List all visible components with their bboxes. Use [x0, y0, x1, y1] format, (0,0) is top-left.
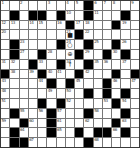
clue-number: 25 [94, 40, 98, 44]
cell-r8c10[interactable]: 42 [84, 70, 92, 79]
clue-number: 27 [20, 50, 24, 54]
cell-r4c4[interactable] [29, 30, 37, 39]
cell-r15c5[interactable] [38, 138, 46, 147]
cell-r13c7[interactable]: 61 [57, 119, 65, 128]
cell-r10c7[interactable] [57, 89, 65, 98]
clue-number: 62 [85, 119, 89, 123]
cell-r5c15[interactable] [131, 40, 139, 49]
cell-r9c3[interactable] [20, 79, 28, 88]
cell-r3c14[interactable]: 19 [121, 21, 129, 30]
cell-r7c12[interactable]: 36 [103, 60, 111, 69]
cell-r11c10[interactable] [84, 99, 92, 108]
clue-number: 31 [2, 60, 6, 64]
cell-r15c4[interactable]: 67 [29, 138, 37, 147]
black-cell-r1c10 [84, 1, 92, 10]
black-cell-r3c8 [66, 21, 74, 30]
cell-r12c15[interactable] [131, 109, 139, 118]
cell-r6c7[interactable] [57, 50, 65, 59]
clue-number: 68 [94, 138, 98, 142]
cell-r3c10[interactable]: 18 [84, 21, 92, 30]
clue-number: 33 [39, 60, 43, 64]
clue-number: 37 [122, 60, 126, 64]
cell-r13c8[interactable] [66, 119, 74, 128]
cell-r15c12[interactable] [103, 138, 111, 147]
cell-r1c2[interactable] [10, 1, 18, 10]
clue-number: 63 [122, 119, 126, 123]
cell-r8c8[interactable] [66, 70, 74, 79]
clue-number: 11 [94, 11, 98, 15]
cell-r12c8[interactable] [66, 109, 74, 118]
clue-number: 67 [29, 138, 33, 142]
cell-r13c9[interactable] [75, 119, 83, 128]
cell-r8c6[interactable]: 40 [47, 70, 55, 79]
cell-r6c4[interactable] [29, 50, 37, 59]
cell-r2c9[interactable] [75, 11, 83, 20]
cell-r1c8[interactable]: 4 [66, 1, 74, 10]
black-cell-r6c2 [10, 50, 18, 59]
black-cell-r8c9 [75, 70, 83, 79]
cell-r9c1[interactable]: 43 [1, 79, 9, 88]
clue-number: 66 [113, 128, 117, 132]
cell-r1c12[interactable]: 7 [103, 1, 111, 10]
cell-r10c13[interactable] [112, 89, 120, 98]
clue-number: 8 [113, 1, 115, 5]
cell-r6c10[interactable]: 29 [84, 50, 92, 59]
cell-r7c2[interactable]: 32 [10, 60, 18, 69]
clue-number: 38 [11, 70, 15, 74]
cell-r14c15[interactable] [131, 128, 139, 137]
black-cell-r14c12 [103, 128, 111, 137]
cell-r6c13[interactable]: 30 [112, 50, 120, 59]
clue-number: 22 [85, 30, 89, 34]
clue-number: 13 [11, 21, 15, 25]
clue-number: 12 [2, 21, 6, 25]
black-cell-r2c14 [121, 11, 129, 20]
clue-number: 56 [39, 109, 43, 113]
cell-r2c6[interactable] [47, 11, 55, 20]
black-cell-r7c10 [84, 60, 92, 69]
cell-r13c4[interactable]: 60 [29, 119, 37, 128]
clue-number: 42 [85, 70, 89, 74]
clue-number: 48 [2, 89, 6, 93]
cell-r5c3[interactable]: 23 [20, 40, 28, 49]
cell-r9c9[interactable]: 45 [75, 79, 83, 88]
cell-r6c15[interactable] [131, 50, 139, 59]
cell-r8c11[interactable] [94, 70, 102, 79]
clue-number: 65 [57, 128, 61, 132]
clue-number: 54 [122, 99, 126, 103]
cell-r5c4[interactable] [29, 40, 37, 49]
cell-r6c11[interactable] [94, 50, 102, 59]
cell-r7c3[interactable] [20, 60, 28, 69]
clue-number: 40 [48, 70, 52, 74]
cell-r7c1[interactable]: 31 [1, 60, 9, 69]
black-cell-r10c10 [84, 89, 92, 98]
cell-r11c3[interactable] [20, 99, 28, 108]
clue-number: 4 [66, 1, 68, 5]
cell-r4c12[interactable] [103, 30, 111, 39]
black-cell-r6c5 [38, 50, 46, 59]
cell-r12c9[interactable] [75, 109, 83, 118]
black-cell-r4c9 [75, 30, 83, 39]
clue-number: 44 [39, 79, 43, 83]
clue-number: 20 [2, 30, 6, 34]
cell-r4c15[interactable] [131, 30, 139, 39]
cell-r11c2[interactable] [10, 99, 18, 108]
cell-r3c11[interactable] [94, 21, 102, 30]
crossword-thumbnail: 123456789101112131415161718192021■222324… [0, 0, 140, 148]
clue-number: 14 [29, 21, 33, 25]
black-cell-r10c12 [103, 89, 111, 98]
black-cell-r2c5 [38, 11, 46, 20]
black-cell-r5c2 [10, 40, 18, 49]
clue-number: 32 [11, 60, 15, 64]
cell-r2c8[interactable]: 10 [66, 11, 74, 20]
cell-r15c9[interactable] [75, 138, 83, 147]
cell-r5c5[interactable] [38, 40, 46, 49]
cell-r1c13[interactable]: 8 [112, 1, 120, 10]
cell-r6c3[interactable]: 27 [20, 50, 28, 59]
cell-r7c11[interactable]: 35 [94, 60, 102, 69]
clue-number: 2 [20, 1, 22, 5]
cell-r15c6[interactable] [47, 138, 55, 147]
cell-r4c8[interactable]: 21■ [66, 30, 74, 39]
cell-r1c1[interactable]: 1 [1, 1, 9, 10]
cell-r12c5[interactable]: 56 [38, 109, 46, 118]
cell-r4c13[interactable] [112, 30, 120, 39]
clue-number: 59 [2, 119, 6, 123]
black-cell-r14c14 [121, 128, 129, 137]
black-cell-r14c9 [75, 128, 83, 137]
black-cell-r12c2 [10, 109, 18, 118]
clue-number: 61 [57, 119, 61, 123]
black-cell-r15c10 [84, 138, 92, 147]
clue-number: 1 [2, 1, 4, 5]
cell-r11c11[interactable] [94, 99, 102, 108]
cell-r11c4[interactable] [29, 99, 37, 108]
clue-number: 17 [76, 21, 80, 25]
black-cell-r13c6 [47, 119, 55, 128]
clue-number: 50 [66, 89, 70, 93]
clue-number: 64 [20, 128, 24, 132]
cell-r14c10[interactable] [84, 128, 92, 137]
clue-number: 47 [131, 79, 135, 83]
black-cell-r9c8 [66, 79, 74, 88]
black-cell-r15c2 [10, 138, 18, 147]
cell-r3c15[interactable] [131, 21, 139, 30]
cell-r15c11[interactable]: 68 [94, 138, 102, 147]
cell-r8c7[interactable]: 41 [57, 70, 65, 79]
black-cell-r8c13 [112, 70, 120, 79]
cell-r13c1[interactable]: 59 [1, 119, 9, 128]
cell-r12c12[interactable] [103, 109, 111, 118]
cell-r13c12[interactable] [103, 119, 111, 128]
cell-r14c13[interactable]: 66 [112, 128, 120, 137]
cell-r5c12[interactable] [103, 40, 111, 49]
black-cell-r13c3 [20, 119, 28, 128]
black-cell-r11c13 [112, 99, 120, 108]
cell-r4c5[interactable] [38, 30, 46, 39]
cell-r8c2[interactable]: 38 [10, 70, 18, 79]
cell-r8c3[interactable] [20, 70, 28, 79]
cell-r7c15[interactable] [131, 60, 139, 69]
cell-r10c15[interactable] [131, 89, 139, 98]
clue-number: 55 [20, 109, 24, 113]
clue-number: 23 [20, 40, 24, 44]
cell-r8c12[interactable] [103, 70, 111, 79]
clue-number: 41 [57, 70, 61, 74]
cell-r8c4[interactable]: 39 [29, 70, 37, 79]
cell-r7c14[interactable]: 37 [121, 60, 129, 69]
black-cell-r5c10 [84, 40, 92, 49]
clue-number: 60 [29, 119, 33, 123]
cell-r9c4[interactable] [29, 79, 37, 88]
cell-r1c6[interactable]: 3 [47, 1, 55, 10]
cell-r7c5[interactable]: 33 [38, 60, 46, 69]
cell-r9c7[interactable] [57, 79, 65, 88]
cell-r12c3[interactable]: 55 [20, 109, 28, 118]
clue-number: 26 [122, 40, 126, 44]
cell-r14c5[interactable] [38, 128, 46, 137]
cell-r15c14[interactable] [121, 138, 129, 147]
cell-r11c12[interactable]: 53 [103, 99, 111, 108]
clue-number: 28 [48, 50, 52, 54]
black-cell-r6c14 [121, 50, 129, 59]
cell-r15c13[interactable] [112, 138, 120, 147]
clue-number: 7 [103, 1, 105, 5]
cell-r9c14[interactable] [121, 79, 129, 88]
clue-number: 36 [103, 60, 107, 64]
cell-r4c6[interactable] [47, 30, 55, 39]
black-cell-r2c7 [57, 11, 65, 20]
cell-r9c13[interactable]: 46 [112, 79, 120, 88]
cell-r14c8[interactable] [66, 128, 74, 137]
clue-number: 3 [48, 1, 50, 5]
cell-r5c11[interactable]: 25 [94, 40, 102, 49]
cell-r12c4[interactable] [29, 109, 37, 118]
cell-r3c1[interactable]: 12 [1, 21, 9, 30]
black-cell-r11c7 [57, 99, 65, 108]
clue-number: 10 [66, 11, 70, 15]
cell-r5c1[interactable] [1, 40, 9, 49]
cell-r2c12[interactable] [103, 11, 111, 20]
cell-r3c6[interactable] [47, 21, 55, 30]
cell-r1c5[interactable] [38, 1, 46, 10]
cell-r8c14[interactable] [121, 70, 129, 79]
cell-r1c14[interactable] [121, 1, 129, 10]
cell-r11c15[interactable] [131, 99, 139, 108]
cell-r4c3[interactable] [20, 30, 28, 39]
cell-r6c6[interactable]: 28 [47, 50, 55, 59]
cell-r1c11[interactable]: 6 [94, 1, 102, 10]
clue-number: 19 [122, 21, 126, 25]
cell-r15c8[interactable] [66, 138, 74, 147]
cell-r12c11[interactable]: 58 [94, 109, 102, 118]
cell-r14c1[interactable] [1, 128, 9, 137]
cell-r13c10[interactable]: 62 [84, 119, 92, 128]
crossword-grid: 123456789101112131415161718192021■222324… [0, 0, 140, 148]
clue-number: 39 [29, 70, 33, 74]
cell-r9c15[interactable]: 47 [131, 79, 139, 88]
cell-r3c12[interactable] [103, 21, 111, 30]
black-cell-r7c4 [29, 60, 37, 69]
cell-r1c15[interactable]: 9 [131, 1, 139, 10]
black-cell-r10c14 [121, 89, 129, 98]
cell-r4c14[interactable] [121, 30, 129, 39]
cell-r6c1[interactable] [1, 50, 9, 59]
black-cell-r15c3 [20, 138, 28, 147]
black-cell-r12c6 [47, 109, 55, 118]
clue-number: 9 [131, 1, 133, 5]
center-mark-icon: ○ [66, 40, 74, 49]
black-cell-r14c11 [94, 128, 102, 137]
cell-r1c3[interactable]: 2 [20, 1, 28, 10]
cell-r1c7[interactable] [57, 1, 65, 10]
cell-r7c6[interactable] [47, 60, 55, 69]
cell-r10c6[interactable]: 49 [47, 89, 55, 98]
center-mark-icon: ⊕ [66, 50, 74, 59]
clue-number: 16 [57, 21, 61, 25]
cell-r11c14[interactable]: 54 [121, 99, 129, 108]
center-mark-icon: † [66, 60, 74, 69]
black-cell-r8c1 [1, 70, 9, 79]
black-cell-r8c5 [38, 70, 46, 79]
clue-number: 57 [57, 109, 61, 113]
cell-r12c1[interactable] [1, 109, 9, 118]
cell-r11c6[interactable] [47, 99, 55, 108]
cell-r4c10[interactable]: 22 [84, 30, 92, 39]
cell-r9c10[interactable] [84, 79, 92, 88]
cell-r5c8[interactable]: 24○ [66, 40, 74, 49]
clue-number: 35 [94, 60, 98, 64]
cell-r10c1[interactable]: 48 [1, 89, 9, 98]
cell-r9c11[interactable] [94, 79, 102, 88]
cell-r15c1[interactable] [1, 138, 9, 147]
cell-r10c8[interactable]: 50 [66, 89, 74, 98]
black-cell-r2c4 [29, 11, 37, 20]
cell-r2c15[interactable] [131, 11, 139, 20]
black-cell-r3c13 [112, 21, 120, 30]
cell-r7c9[interactable] [75, 60, 83, 69]
cell-r11c9[interactable] [75, 99, 83, 108]
clue-number: 58 [94, 109, 98, 113]
cell-r10c2[interactable] [10, 89, 18, 98]
cell-r11c8[interactable]: 52 [66, 99, 74, 108]
cell-r9c2[interactable] [10, 79, 18, 88]
clue-number: 43 [2, 79, 6, 83]
cell-r13c15[interactable] [131, 119, 139, 128]
black-cell-r9c12 [103, 79, 111, 88]
black-cell-r11c5 [38, 99, 46, 108]
cell-r3c4[interactable]: 14 [29, 21, 37, 30]
clue-number: 5 [76, 1, 78, 5]
cell-r3c3[interactable] [20, 21, 28, 30]
cell-r10c9[interactable] [75, 89, 83, 98]
clue-number: 29 [85, 50, 89, 54]
black-cell-r14c6 [47, 128, 55, 137]
cell-r6c8[interactable]: ⊕ [66, 50, 74, 59]
clue-number: 30 [113, 50, 117, 54]
clue-number: 18 [85, 21, 89, 25]
cell-r3c2[interactable]: 13 [10, 21, 18, 30]
clue-number: 46 [113, 79, 117, 83]
black-cell-r8c15 [131, 70, 139, 79]
cell-r15c15[interactable] [131, 138, 139, 147]
clue-number: 15 [39, 21, 43, 25]
cell-r14c4[interactable] [29, 128, 37, 137]
cell-r14c3[interactable]: 64 [20, 128, 28, 137]
cell-r2c1[interactable] [1, 11, 9, 20]
cell-r5c6[interactable] [47, 40, 55, 49]
cell-r14c7[interactable]: 65 [57, 128, 65, 137]
cell-r10c3[interactable] [20, 89, 28, 98]
cell-r4c1[interactable]: 20 [1, 30, 9, 39]
black-cell-r12c14 [121, 109, 129, 118]
black-cell-r2c2 [10, 11, 18, 20]
cell-r10c11[interactable] [94, 89, 102, 98]
black-cell-r9c6 [47, 79, 55, 88]
cell-r13c11[interactable] [94, 119, 102, 128]
cell-r3c7[interactable]: 16 [57, 21, 65, 30]
black-cell-r5c7 [57, 40, 65, 49]
cell-r7c13[interactable] [112, 60, 120, 69]
black-cell-r13c13 [112, 119, 120, 128]
cell-r1c9[interactable]: 5 [75, 1, 83, 10]
cell-r3c9[interactable]: 17 [75, 21, 83, 30]
cell-r2c3[interactable] [20, 11, 28, 20]
cell-r5c9[interactable] [75, 40, 83, 49]
clue-number: 45 [76, 79, 80, 83]
cell-r4c7[interactable] [57, 30, 65, 39]
black-cell-r12c10 [84, 109, 92, 118]
cell-r12c7[interactable]: 57 [57, 109, 65, 118]
cell-r7c8[interactable]: 34† [66, 60, 74, 69]
black-cell-r5c13 [112, 40, 120, 49]
black-cell-r14c2 [10, 128, 18, 137]
cell-r9c5[interactable]: 44 [38, 79, 46, 88]
cell-r4c2[interactable] [10, 30, 18, 39]
clue-number: 49 [48, 89, 52, 93]
cell-r10c4[interactable] [29, 89, 37, 98]
cell-r11c1[interactable]: 51 [1, 99, 9, 108]
black-cell-r6c9 [75, 50, 83, 59]
cell-r2c13[interactable] [112, 11, 120, 20]
center-mark-icon: ■ [66, 30, 74, 39]
cell-r13c14[interactable]: 63 [121, 119, 129, 128]
cell-r15c7[interactable] [57, 138, 65, 147]
cell-r12c13[interactable] [112, 109, 120, 118]
cell-r1c4[interactable] [29, 1, 37, 10]
clue-number: 51 [2, 99, 6, 103]
cell-r3c5[interactable]: 15 [38, 21, 46, 30]
cell-r13c5[interactable] [38, 119, 46, 128]
black-cell-r2c10 [84, 11, 92, 20]
cell-r10c5[interactable] [38, 89, 46, 98]
clue-number: 52 [66, 99, 70, 103]
black-cell-r7c7 [57, 60, 65, 69]
clue-number: 6 [94, 1, 96, 5]
cell-r5c14[interactable]: 26 [121, 40, 129, 49]
cell-r4c11[interactable] [94, 30, 102, 39]
clue-number: 53 [103, 99, 107, 103]
cell-r2c11[interactable]: 11 [94, 11, 102, 20]
cell-r13c2[interactable] [10, 119, 18, 128]
black-cell-r6c12 [103, 50, 111, 59]
